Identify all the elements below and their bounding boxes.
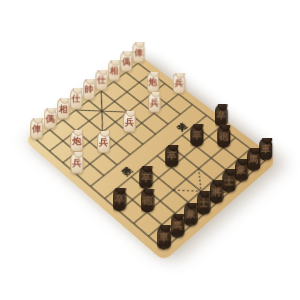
piece-glyph: 象 (236, 166, 247, 175)
piece-glyph: 卒 (140, 173, 151, 182)
piece-glyph: 仕 (96, 77, 107, 86)
piece-glyph: 俥 (31, 125, 42, 134)
piece-white-soldier[interactable]: 兵 (148, 92, 161, 113)
piece-glyph: 士 (223, 177, 234, 186)
piece-glyph: 士 (198, 199, 210, 208)
piece-black-elephant[interactable]: 象 (183, 203, 197, 226)
piece-glyph: 車 (158, 233, 170, 243)
piece-black-horse[interactable]: 馬 (247, 149, 260, 171)
piece-white-soldier[interactable]: 兵 (172, 73, 184, 94)
piece-black-elephant[interactable]: 象 (234, 159, 247, 182)
piece-white-soldier[interactable]: 兵 (70, 152, 83, 174)
piece-glyph: 馬 (248, 156, 259, 165)
piece-black-chariot[interactable]: 車 (157, 226, 171, 250)
piece-glyph: 兵 (124, 118, 135, 127)
piece-glyph: 兵 (149, 99, 160, 108)
piece-glyph: 炮 (71, 137, 82, 146)
piece-glyph: 炮 (147, 79, 158, 88)
piece-glyph: 卒 (215, 112, 226, 121)
piece-white-chariot[interactable]: 俥 (132, 43, 144, 64)
piece-white-chariot[interactable]: 俥 (30, 118, 43, 140)
piece-white-soldier[interactable]: 兵 (97, 131, 110, 153)
piece-glyph: 象 (184, 210, 196, 219)
piece-glyph: 相 (57, 105, 68, 114)
piece-glyph: 傌 (44, 115, 55, 124)
piece-glyph: 仕 (71, 95, 82, 104)
piece-glyph: 砲 (141, 197, 152, 206)
piece-glyph: 傌 (121, 58, 131, 66)
piece-white-advisor[interactable]: 仕 (70, 89, 83, 110)
scene: 楚河 漢界 車馬象士將士象馬車砲砲卒卒卒卒卒兵兵兵兵兵炮炮俥傌相仕帥仕相傌俥 (0, 0, 300, 300)
piece-glyph: 相 (108, 67, 118, 76)
piece-white-advisor[interactable]: 仕 (95, 70, 107, 91)
piece-glyph: 兵 (71, 159, 82, 168)
piece-white-soldier[interactable]: 兵 (123, 111, 136, 133)
piece-black-advisor[interactable]: 士 (222, 170, 235, 193)
piece-black-horse[interactable]: 馬 (170, 214, 184, 237)
piece-glyph: 砲 (218, 133, 229, 142)
piece-black-chariot[interactable]: 車 (259, 138, 272, 160)
pieces-layer: 車馬象士將士象馬車砲砲卒卒卒卒卒兵兵兵兵兵炮炮俥傌相仕帥仕相傌俥 (24, 54, 279, 261)
piece-black-cannon[interactable]: 砲 (217, 126, 230, 148)
piece-black-general[interactable]: 將 (209, 181, 223, 204)
piece-glyph: 兵 (173, 80, 184, 89)
piece-glyph: 帥 (83, 86, 94, 95)
piece-glyph: 兵 (98, 138, 109, 147)
piece-white-elephant[interactable]: 相 (108, 61, 120, 82)
board: 楚河 漢界 車馬象士將士象馬車砲砲卒卒卒卒卒兵兵兵兵兵炮炮俥傌相仕帥仕相傌俥 (24, 54, 279, 261)
piece-white-horse[interactable]: 傌 (43, 108, 56, 130)
piece-glyph: 將 (210, 188, 221, 197)
piece-glyph: 馬 (171, 222, 183, 232)
piece-black-advisor[interactable]: 士 (196, 192, 210, 215)
piece-glyph: 卒 (191, 132, 202, 141)
piece-black-cannon[interactable]: 砲 (140, 189, 154, 212)
piece-black-soldier[interactable]: 卒 (165, 145, 178, 167)
piece-glyph: 卒 (113, 195, 124, 204)
piece-glyph: 俥 (133, 49, 143, 57)
photo-stage: 楚河 漢界 車馬象士將士象馬車砲砲卒卒卒卒卒兵兵兵兵兵炮炮俥傌相仕帥仕相傌俥 (0, 0, 300, 300)
piece-white-elephant[interactable]: 相 (57, 98, 70, 120)
piece-black-soldier[interactable]: 卒 (190, 125, 203, 147)
piece-glyph: 車 (260, 145, 271, 154)
piece-glyph: 卒 (166, 152, 177, 161)
piece-white-general[interactable]: 帥 (82, 79, 95, 100)
piece-white-horse[interactable]: 傌 (120, 52, 132, 73)
piece-black-soldier[interactable]: 卒 (112, 188, 126, 211)
